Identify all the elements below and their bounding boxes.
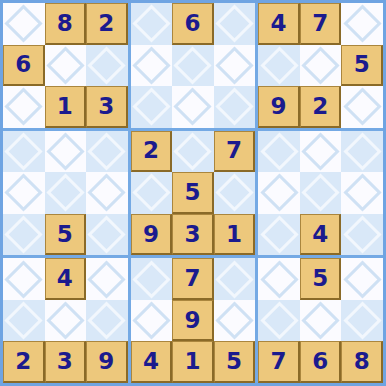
empty-cell-diamond-icon [302,302,340,340]
cell-r5c6[interactable] [214,172,256,214]
cell-r6c7[interactable] [258,214,300,256]
empty-cell-diamond-icon [215,5,253,43]
cell-r2c3[interactable] [86,45,128,87]
cell-r7c7[interactable] [258,258,300,300]
empty-cell-diamond-icon [343,132,381,170]
cell-r5c7[interactable] [258,172,300,214]
given-digit: 7 [226,139,242,162]
empty-cell-diamond-icon [343,215,381,253]
cell-r9c7[interactable]: 7 [258,341,300,383]
cell-r2c8[interactable] [300,45,342,87]
empty-cell-diamond-icon [88,302,126,340]
empty-cell-diamond-icon [132,88,170,126]
cell-r3c7[interactable]: 9 [258,86,300,128]
cell-r2c5[interactable] [172,45,214,87]
cell-r2c1[interactable]: 6 [3,45,45,87]
cell-r8c9[interactable] [341,300,383,342]
cell-r2c7[interactable] [258,45,300,87]
given-digit: 7 [312,12,328,35]
empty-cell-diamond-icon [260,260,298,298]
cell-r4c2[interactable] [45,131,87,173]
cell-r9c4[interactable]: 4 [131,341,173,383]
cell-r4c1[interactable] [3,131,45,173]
given-digit: 2 [15,350,31,373]
empty-cell-diamond-icon [46,46,84,84]
cell-r8c1[interactable] [3,300,45,342]
empty-cell-diamond-icon [215,302,253,340]
given-digit: 6 [184,12,200,35]
given-digit: 4 [271,12,287,35]
box-2-1: 5 [3,131,128,256]
cell-r6c3[interactable] [86,214,128,256]
cell-r3c9[interactable] [341,86,383,128]
cell-r3c5[interactable] [172,86,214,128]
cell-r9c3[interactable]: 9 [86,341,128,383]
empty-cell-diamond-icon [88,132,126,170]
cell-r7c2[interactable]: 4 [45,258,87,300]
cell-r1c7[interactable]: 4 [258,3,300,45]
cell-r4c3[interactable] [86,131,128,173]
given-digit: 1 [184,350,200,373]
given-digit: 1 [57,95,73,118]
empty-cell-diamond-icon [215,174,253,212]
cell-r7c3[interactable] [86,258,128,300]
cell-r6c1[interactable] [3,214,45,256]
given-digit: 9 [271,95,287,118]
cell-r8c3[interactable] [86,300,128,342]
empty-cell-diamond-icon [5,174,43,212]
empty-cell-diamond-icon [132,174,170,212]
given-digit: 2 [98,12,114,35]
given-digit: 2 [312,95,328,118]
cell-r1c2[interactable]: 8 [45,3,87,45]
cell-r1c9[interactable] [341,3,383,45]
cell-r9c2[interactable]: 3 [45,341,87,383]
given-digit: 3 [98,95,114,118]
cell-r8c2[interactable] [45,300,87,342]
given-digit: 4 [143,350,159,373]
cell-r8c8[interactable] [300,300,342,342]
cell-r7c9[interactable] [341,258,383,300]
cell-r8c6[interactable] [214,300,256,342]
cell-r5c9[interactable] [341,172,383,214]
empty-cell-diamond-icon [343,88,381,126]
empty-cell-diamond-icon [260,215,298,253]
cell-r9c6[interactable]: 5 [214,341,256,383]
cell-r2c6[interactable] [214,45,256,87]
cell-r4c5[interactable] [172,131,214,173]
empty-cell-diamond-icon [46,302,84,340]
given-digit: 5 [312,267,328,290]
given-digit: 6 [312,350,328,373]
given-digit: 4 [312,223,328,246]
empty-cell-diamond-icon [5,302,43,340]
box-1-1: 82613 [3,3,128,128]
given-digit: 8 [57,12,73,35]
cell-r6c4[interactable]: 9 [131,214,173,256]
empty-cell-diamond-icon [174,88,212,126]
cell-r2c9[interactable]: 5 [341,45,383,87]
cell-r3c2[interactable]: 1 [45,86,87,128]
empty-cell-diamond-icon [215,260,253,298]
cell-r7c1[interactable] [3,258,45,300]
cell-r8c4[interactable] [131,300,173,342]
cell-r6c9[interactable] [341,214,383,256]
cell-r1c8[interactable]: 7 [300,3,342,45]
empty-cell-diamond-icon [5,88,43,126]
box-3-3: 5768 [258,258,383,383]
given-digit: 3 [184,223,200,246]
cell-r5c4[interactable] [131,172,173,214]
cell-r5c3[interactable] [86,172,128,214]
empty-cell-diamond-icon [88,174,126,212]
cell-r1c4[interactable] [131,3,173,45]
cell-r3c8[interactable]: 2 [300,86,342,128]
cell-r9c8[interactable]: 6 [300,341,342,383]
box-2-2: 275931 [131,131,256,256]
empty-cell-diamond-icon [260,174,298,212]
empty-cell-diamond-icon [5,215,43,253]
empty-cell-diamond-icon [5,5,43,43]
given-digit: 9 [184,309,200,332]
empty-cell-diamond-icon [174,132,212,170]
cell-r4c8[interactable] [300,131,342,173]
cell-r3c6[interactable] [214,86,256,128]
box-2-3: 4 [258,131,383,256]
cell-r4c6[interactable]: 7 [214,131,256,173]
empty-cell-diamond-icon [260,302,298,340]
given-digit: 6 [15,53,31,76]
cell-r1c1[interactable] [3,3,45,45]
empty-cell-diamond-icon [174,46,212,84]
given-digit: 7 [271,350,287,373]
cell-r5c2[interactable] [45,172,87,214]
empty-cell-diamond-icon [46,132,84,170]
cell-r7c8[interactable]: 5 [300,258,342,300]
cell-r1c3[interactable]: 2 [86,3,128,45]
empty-cell-diamond-icon [5,132,43,170]
empty-cell-diamond-icon [132,302,170,340]
cell-r7c6[interactable] [214,258,256,300]
cell-r5c1[interactable] [3,172,45,214]
box-1-2: 6 [131,3,256,128]
given-digit: 5 [354,53,370,76]
empty-cell-diamond-icon [260,46,298,84]
cell-r7c5[interactable]: 7 [172,258,214,300]
empty-cell-diamond-icon [5,260,43,298]
cell-r6c2[interactable]: 5 [45,214,87,256]
empty-cell-diamond-icon [132,5,170,43]
cell-r3c3[interactable]: 3 [86,86,128,128]
cell-r3c1[interactable] [3,86,45,128]
given-digit: 1 [226,223,242,246]
box-3-2: 79415 [131,258,256,383]
empty-cell-diamond-icon [302,174,340,212]
sudoku-board: 82613647592527593144239794155768 [0,0,386,386]
cell-r4c4[interactable]: 2 [131,131,173,173]
cell-r4c7[interactable] [258,131,300,173]
given-digit: 4 [57,267,73,290]
cell-r1c5[interactable]: 6 [172,3,214,45]
given-digit: 5 [57,223,73,246]
cell-r9c9[interactable]: 8 [341,341,383,383]
cell-r8c5[interactable]: 9 [172,300,214,342]
empty-cell-diamond-icon [88,46,126,84]
cell-r5c5[interactable]: 5 [172,172,214,214]
empty-cell-diamond-icon [260,132,298,170]
cell-r6c8[interactable]: 4 [300,214,342,256]
empty-cell-diamond-icon [46,174,84,212]
given-digit: 3 [57,350,73,373]
cell-r4c9[interactable] [341,131,383,173]
cell-r5c8[interactable] [300,172,342,214]
given-digit: 9 [98,350,114,373]
empty-cell-diamond-icon [132,260,170,298]
empty-cell-diamond-icon [88,215,126,253]
cell-r1c6[interactable] [214,3,256,45]
given-digit: 8 [354,350,370,373]
cell-r2c2[interactable] [45,45,87,87]
cell-r9c5[interactable]: 1 [172,341,214,383]
empty-cell-diamond-icon [302,132,340,170]
empty-cell-diamond-icon [343,5,381,43]
box-1-3: 47592 [258,3,383,128]
given-digit: 7 [184,267,200,290]
given-digit: 9 [143,223,159,246]
cell-r3c4[interactable] [131,86,173,128]
cell-r7c4[interactable] [131,258,173,300]
given-digit: 5 [184,181,200,204]
empty-cell-diamond-icon [215,88,253,126]
empty-cell-diamond-icon [215,46,253,84]
given-digit: 5 [226,350,242,373]
cell-r2c4[interactable] [131,45,173,87]
cell-r9c1[interactable]: 2 [3,341,45,383]
empty-cell-diamond-icon [343,302,381,340]
empty-cell-diamond-icon [132,46,170,84]
empty-cell-diamond-icon [343,174,381,212]
empty-cell-diamond-icon [302,46,340,84]
box-3-1: 4239 [3,258,128,383]
empty-cell-diamond-icon [343,260,381,298]
cell-r6c6[interactable]: 1 [214,214,256,256]
cell-r6c5[interactable]: 3 [172,214,214,256]
given-digit: 2 [143,139,159,162]
empty-cell-diamond-icon [88,260,126,298]
cell-r8c7[interactable] [258,300,300,342]
